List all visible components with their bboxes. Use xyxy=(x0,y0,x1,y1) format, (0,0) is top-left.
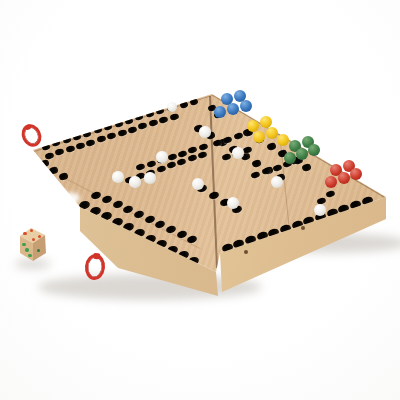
board-hole[interactable] xyxy=(41,143,51,151)
board-hole[interactable] xyxy=(96,135,106,143)
board-hole[interactable] xyxy=(155,220,166,229)
board-hole[interactable] xyxy=(48,165,58,174)
marble-blue[interactable] xyxy=(240,100,252,112)
board-hole[interactable] xyxy=(124,117,134,125)
board-hole[interactable] xyxy=(221,153,231,161)
marble-white[interactable] xyxy=(144,172,155,183)
board-hole[interactable] xyxy=(106,132,116,140)
board-hole[interactable] xyxy=(233,132,243,140)
marble-white[interactable] xyxy=(112,171,123,182)
board-hole[interactable] xyxy=(176,229,187,238)
wood-seam-line xyxy=(277,112,290,231)
board-hole[interactable] xyxy=(156,165,167,174)
board-hole[interactable] xyxy=(169,112,179,120)
board-hole[interactable] xyxy=(114,120,124,128)
board-hole[interactable] xyxy=(261,167,272,176)
marble-green[interactable] xyxy=(308,144,320,156)
strap-loop xyxy=(18,121,45,150)
board-hole[interactable] xyxy=(326,190,337,199)
board-hole[interactable] xyxy=(222,135,232,143)
board-hole[interactable] xyxy=(208,190,219,199)
board-hole[interactable] xyxy=(166,161,177,170)
board-hole[interactable] xyxy=(75,142,85,150)
board-hole[interactable] xyxy=(101,195,112,204)
strap-knot xyxy=(24,124,32,131)
board-hole[interactable] xyxy=(54,148,64,156)
light-glare xyxy=(53,190,82,210)
board-hole[interactable] xyxy=(104,123,114,131)
board-hole[interactable] xyxy=(165,225,176,234)
board-hole[interactable] xyxy=(156,107,166,115)
board-hole[interactable] xyxy=(301,163,312,172)
board-hole[interactable] xyxy=(52,139,62,147)
marble-white[interactable] xyxy=(232,147,243,158)
board-hole[interactable] xyxy=(136,163,147,172)
marble-red[interactable] xyxy=(350,168,362,180)
board-hole[interactable] xyxy=(146,159,157,168)
board-hole[interactable] xyxy=(83,130,93,138)
board-hole[interactable] xyxy=(188,146,199,155)
board-hole[interactable] xyxy=(86,138,96,146)
board-hole[interactable] xyxy=(62,136,72,144)
board-hole[interactable] xyxy=(198,143,209,152)
marble-white[interactable] xyxy=(199,126,210,137)
board-hole[interactable] xyxy=(135,113,145,121)
board-hole[interactable] xyxy=(145,110,155,118)
board-hole[interactable] xyxy=(93,126,103,134)
marble-white[interactable] xyxy=(156,151,167,162)
marble-white[interactable] xyxy=(129,176,140,187)
die-pip xyxy=(25,248,28,251)
board-hole[interactable] xyxy=(39,159,49,168)
board-hole[interactable] xyxy=(72,133,82,141)
board-hole[interactable] xyxy=(187,234,198,243)
die-pip xyxy=(22,243,25,246)
board-hole[interactable] xyxy=(65,145,75,153)
board-hole[interactable] xyxy=(187,154,198,163)
board-hole[interactable] xyxy=(266,142,277,151)
board-hole[interactable] xyxy=(197,150,208,159)
board-hole[interactable] xyxy=(138,122,148,130)
clasp-notch xyxy=(41,172,54,184)
board-hole[interactable] xyxy=(177,149,188,158)
wood-seam-line xyxy=(209,96,218,268)
board-hole[interactable] xyxy=(117,129,127,137)
strap-knot xyxy=(93,253,100,260)
board-hole[interactable] xyxy=(252,159,263,168)
board-hole[interactable] xyxy=(272,164,283,173)
board-hole[interactable] xyxy=(167,153,178,162)
board-hole[interactable] xyxy=(44,151,54,159)
board-hole[interactable] xyxy=(251,171,262,180)
board-hole[interactable] xyxy=(179,101,188,109)
board-hole[interactable] xyxy=(177,158,188,167)
board-hole[interactable] xyxy=(158,116,168,124)
product-photo-stage xyxy=(0,0,400,400)
board-hole[interactable] xyxy=(148,119,158,127)
board-hole[interactable] xyxy=(127,125,137,133)
die-pip xyxy=(28,254,31,257)
